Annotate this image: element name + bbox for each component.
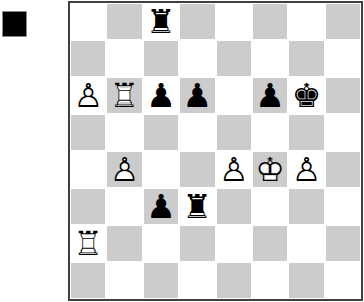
square-b4[interactable]: ♟♙ [106, 151, 142, 188]
square-c1[interactable] [143, 262, 179, 299]
square-e5[interactable] [216, 114, 252, 151]
square-c7[interactable] [143, 40, 179, 77]
square-d7[interactable] [179, 40, 215, 77]
square-a1[interactable] [70, 262, 106, 299]
square-e8[interactable] [216, 3, 252, 40]
square-e2[interactable] [216, 225, 252, 262]
square-g5[interactable] [288, 114, 324, 151]
square-g1[interactable] [288, 262, 324, 299]
square-a4[interactable] [70, 151, 106, 188]
square-d3[interactable]: ♜ [179, 188, 215, 225]
square-h1[interactable] [325, 262, 361, 299]
piece-white-rook: ♜♖ [73, 225, 103, 262]
square-d8[interactable] [179, 3, 215, 40]
chess-diagram: ♜♟♙♜♖♟♟♟♚♟♙♟♙♚♔♟♙♟♜♜♖ [0, 0, 364, 302]
square-e1[interactable] [216, 262, 252, 299]
square-e4[interactable]: ♟♙ [216, 151, 252, 188]
square-c8[interactable]: ♜ [143, 3, 179, 40]
square-d5[interactable] [179, 114, 215, 151]
square-h8[interactable] [325, 3, 361, 40]
square-g6[interactable]: ♚ [288, 77, 324, 114]
square-b2[interactable] [106, 225, 142, 262]
square-b7[interactable] [106, 40, 142, 77]
square-d6[interactable]: ♟ [179, 77, 215, 114]
square-f2[interactable] [252, 225, 288, 262]
square-c5[interactable] [143, 114, 179, 151]
square-h4[interactable] [325, 151, 361, 188]
square-g2[interactable] [288, 225, 324, 262]
square-h3[interactable] [325, 188, 361, 225]
square-e3[interactable] [216, 188, 252, 225]
square-f5[interactable] [252, 114, 288, 151]
square-f6[interactable]: ♟ [252, 77, 288, 114]
square-g8[interactable] [288, 3, 324, 40]
square-c4[interactable] [143, 151, 179, 188]
square-f4[interactable]: ♚♔ [252, 151, 288, 188]
square-a7[interactable] [70, 40, 106, 77]
square-a8[interactable] [70, 3, 106, 40]
square-h5[interactable] [325, 114, 361, 151]
black-to-move-indicator [2, 11, 27, 37]
square-f7[interactable] [252, 40, 288, 77]
piece-black-pawn: ♟ [146, 77, 176, 114]
piece-black-rook: ♜ [146, 3, 176, 40]
chess-board: ♜♟♙♜♖♟♟♟♚♟♙♟♙♚♔♟♙♟♜♜♖ [68, 1, 363, 301]
square-b3[interactable] [106, 188, 142, 225]
piece-white-king: ♚♔ [255, 151, 285, 188]
piece-white-pawn: ♟♙ [292, 151, 322, 188]
square-d4[interactable] [179, 151, 215, 188]
square-g4[interactable]: ♟♙ [288, 151, 324, 188]
square-g7[interactable] [288, 40, 324, 77]
square-h7[interactable] [325, 40, 361, 77]
piece-black-pawn: ♟ [146, 188, 176, 225]
square-d1[interactable] [179, 262, 215, 299]
square-a5[interactable] [70, 114, 106, 151]
square-g3[interactable] [288, 188, 324, 225]
square-a3[interactable] [70, 188, 106, 225]
square-c3[interactable]: ♟ [143, 188, 179, 225]
square-c6[interactable]: ♟ [143, 77, 179, 114]
square-a6[interactable]: ♟♙ [70, 77, 106, 114]
square-b5[interactable] [106, 114, 142, 151]
piece-white-pawn: ♟♙ [219, 151, 249, 188]
piece-black-king: ♚ [292, 77, 322, 114]
square-a2[interactable]: ♜♖ [70, 225, 106, 262]
square-d2[interactable] [179, 225, 215, 262]
square-h2[interactable] [325, 225, 361, 262]
piece-white-pawn: ♟♙ [73, 77, 103, 114]
square-f8[interactable] [252, 3, 288, 40]
square-b6[interactable]: ♜♖ [106, 77, 142, 114]
piece-white-rook: ♜♖ [110, 77, 140, 114]
piece-black-rook: ♜ [183, 188, 213, 225]
piece-white-pawn: ♟♙ [110, 151, 140, 188]
square-h6[interactable] [325, 77, 361, 114]
piece-black-pawn: ♟ [183, 77, 213, 114]
square-f1[interactable] [252, 262, 288, 299]
square-e6[interactable] [216, 77, 252, 114]
square-b1[interactable] [106, 262, 142, 299]
square-b8[interactable] [106, 3, 142, 40]
piece-black-pawn: ♟ [255, 77, 285, 114]
square-e7[interactable] [216, 40, 252, 77]
square-c2[interactable] [143, 225, 179, 262]
square-f3[interactable] [252, 188, 288, 225]
